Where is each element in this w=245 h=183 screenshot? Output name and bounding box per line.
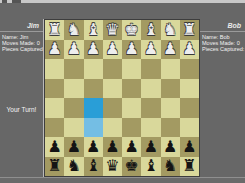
board-square-r6c6[interactable]: ♟ bbox=[161, 137, 180, 157]
board-square-r0c3[interactable]: ♛ bbox=[103, 20, 122, 40]
chess-piece-bP: ♟ bbox=[84, 137, 103, 157]
board-square-r0c2[interactable]: ♝ bbox=[84, 20, 103, 40]
board-square-r2c4[interactable] bbox=[122, 59, 141, 79]
board-square-r2c0[interactable] bbox=[45, 59, 64, 79]
board-square-r7c2[interactable]: ♝ bbox=[84, 157, 103, 177]
board-square-r5c3[interactable] bbox=[103, 118, 122, 138]
board-square-r6c2[interactable]: ♟ bbox=[84, 137, 103, 157]
chess-piece-wP: ♟ bbox=[45, 40, 64, 60]
board-square-r6c3[interactable]: ♟ bbox=[103, 137, 122, 157]
board-square-r3c6[interactable] bbox=[161, 79, 180, 99]
board-square-r2c5[interactable] bbox=[141, 59, 160, 79]
board-square-r4c3[interactable] bbox=[103, 98, 122, 118]
chess-piece-wN: ♞ bbox=[161, 20, 180, 40]
chess-piece-wQ: ♛ bbox=[103, 20, 122, 40]
board-square-r6c7[interactable]: ♟ bbox=[180, 137, 199, 157]
board-square-r1c5[interactable]: ♟ bbox=[141, 40, 160, 60]
chess-piece-wP: ♟ bbox=[103, 40, 122, 60]
board-square-r7c5[interactable]: ♝ bbox=[141, 157, 160, 177]
board-square-r7c1[interactable]: ♞ bbox=[64, 157, 83, 177]
board-square-r1c2[interactable]: ♟ bbox=[84, 40, 103, 60]
board-square-r1c4[interactable]: ♟ bbox=[122, 40, 141, 60]
chess-piece-bQ: ♛ bbox=[103, 157, 122, 177]
chess-piece-wP: ♟ bbox=[122, 40, 141, 60]
board-square-r2c7[interactable] bbox=[180, 59, 199, 79]
chess-piece-wK: ♚ bbox=[122, 20, 141, 40]
chess-piece-bK: ♚ bbox=[122, 157, 141, 177]
chess-piece-bP: ♟ bbox=[45, 137, 64, 157]
chess-piece-bP: ♟ bbox=[161, 137, 180, 157]
right-player-stats: Name: Bob Moves Made: 0 Pieces Captured:… bbox=[200, 34, 245, 52]
chess-piece-wR: ♜ bbox=[180, 20, 199, 40]
chess-piece-wB: ♝ bbox=[141, 20, 160, 40]
board-square-r3c2[interactable] bbox=[84, 79, 103, 99]
turn-indicator: Your Turn! bbox=[0, 106, 43, 113]
chess-piece-bP: ♟ bbox=[141, 137, 160, 157]
board-square-r3c5[interactable] bbox=[141, 79, 160, 99]
board-square-r1c3[interactable]: ♟ bbox=[103, 40, 122, 60]
board-square-r1c6[interactable]: ♟ bbox=[161, 40, 180, 60]
board-square-r1c0[interactable]: ♟ bbox=[45, 40, 64, 60]
chess-piece-bB: ♝ bbox=[84, 157, 103, 177]
board-square-r3c3[interactable] bbox=[103, 79, 122, 99]
chess-piece-bP: ♟ bbox=[103, 137, 122, 157]
menu-item-mark[interactable] bbox=[2, 0, 7, 3]
chess-piece-wP: ♟ bbox=[161, 40, 180, 60]
board-square-r0c1[interactable]: ♞ bbox=[64, 20, 83, 40]
board-square-r5c5[interactable] bbox=[141, 118, 160, 138]
chess-piece-bP: ♟ bbox=[64, 137, 83, 157]
board-square-r6c5[interactable]: ♟ bbox=[141, 137, 160, 157]
board-square-r7c0[interactable]: ♜ bbox=[45, 157, 64, 177]
board-square-r4c6[interactable] bbox=[161, 98, 180, 118]
board-square-r7c6[interactable]: ♞ bbox=[161, 157, 180, 177]
chess-piece-wP: ♟ bbox=[84, 40, 103, 60]
bottom-status-strip bbox=[0, 177, 245, 183]
chess-piece-wP: ♟ bbox=[64, 40, 83, 60]
chess-piece-bR: ♜ bbox=[45, 157, 64, 177]
chess-piece-bP: ♟ bbox=[180, 137, 199, 157]
chess-piece-wP: ♟ bbox=[180, 40, 199, 60]
right-player-name-header: Bob bbox=[200, 19, 245, 32]
right-player-captured-line: Pieces Captured: 0 bbox=[202, 46, 242, 52]
left-player-captured-line: Pieces Captured: 0 bbox=[2, 46, 40, 52]
left-player-moves-line: Moves Made: 0 bbox=[2, 40, 40, 46]
board-square-r4c4[interactable] bbox=[122, 98, 141, 118]
board-square-r0c6[interactable]: ♞ bbox=[161, 20, 180, 40]
chess-piece-wP: ♟ bbox=[141, 40, 160, 60]
chess-piece-bN: ♞ bbox=[64, 157, 83, 177]
board-square-r5c1[interactable] bbox=[64, 118, 83, 138]
left-player-name-header: Jim bbox=[0, 19, 43, 32]
board-square-r4c7[interactable] bbox=[180, 98, 199, 118]
board-square-r3c1[interactable] bbox=[64, 79, 83, 99]
chess-piece-wR: ♜ bbox=[45, 20, 64, 40]
chess-piece-bP: ♟ bbox=[122, 137, 141, 157]
chess-piece-bN: ♞ bbox=[161, 157, 180, 177]
board-square-r2c2[interactable] bbox=[84, 59, 103, 79]
menu-item-mark[interactable] bbox=[12, 0, 21, 3]
board-square-r5c2[interactable] bbox=[84, 118, 103, 138]
board-square-r6c0[interactable]: ♟ bbox=[45, 137, 64, 157]
board-square-r5c7[interactable] bbox=[180, 118, 199, 138]
board-square-r7c4[interactable]: ♚ bbox=[122, 157, 141, 177]
chess-board: ♜♞♝♛♚♝♞♜♟♟♟♟♟♟♟♟♟♟♟♟♟♟♟♟♜♞♝♛♚♝♞♜ bbox=[44, 19, 200, 177]
chess-piece-bR: ♜ bbox=[180, 157, 199, 177]
board-square-r0c4[interactable]: ♚ bbox=[122, 20, 141, 40]
board-square-r2c6[interactable] bbox=[161, 59, 180, 79]
board-square-r0c5[interactable]: ♝ bbox=[141, 20, 160, 40]
board-square-r5c0[interactable] bbox=[45, 118, 64, 138]
chess-piece-bB: ♝ bbox=[141, 157, 160, 177]
board-square-r2c3[interactable] bbox=[103, 59, 122, 79]
board-square-r6c4[interactable]: ♟ bbox=[122, 137, 141, 157]
board-square-r1c1[interactable]: ♟ bbox=[64, 40, 83, 60]
board-square-r4c5[interactable] bbox=[141, 98, 160, 118]
board-square-r0c0[interactable]: ♜ bbox=[45, 20, 64, 40]
chess-piece-wN: ♞ bbox=[64, 20, 83, 40]
right-player-name-line: Name: Bob bbox=[202, 34, 242, 40]
board-square-r4c2[interactable] bbox=[84, 98, 103, 118]
board-square-r7c3[interactable]: ♛ bbox=[103, 157, 122, 177]
right-player-moves-line: Moves Made: 0 bbox=[202, 40, 242, 46]
board-square-r3c7[interactable] bbox=[180, 79, 199, 99]
board-square-r5c4[interactable] bbox=[122, 118, 141, 138]
board-square-r7c7[interactable]: ♜ bbox=[180, 157, 199, 177]
board-square-r6c1[interactable]: ♟ bbox=[64, 137, 83, 157]
left-player-stats: Name: Jim Moves Made: 0 Pieces Captured:… bbox=[0, 34, 43, 52]
menubar[interactable] bbox=[0, 0, 245, 3]
chess-piece-wB: ♝ bbox=[84, 20, 103, 40]
board-square-r4c1[interactable] bbox=[64, 98, 83, 118]
board-square-r3c0[interactable] bbox=[45, 79, 64, 99]
board-square-r3c4[interactable] bbox=[122, 79, 141, 99]
board-square-r2c1[interactable] bbox=[64, 59, 83, 79]
board-square-r4c0[interactable] bbox=[45, 98, 64, 118]
board-square-r5c6[interactable] bbox=[161, 118, 180, 138]
left-player-panel: Jim Name: Jim Moves Made: 0 Pieces Captu… bbox=[0, 19, 43, 177]
board-square-r0c7[interactable]: ♜ bbox=[180, 20, 199, 40]
left-player-name-line: Name: Jim bbox=[2, 34, 40, 40]
board-square-r1c7[interactable]: ♟ bbox=[180, 40, 199, 60]
right-player-panel: Bob Name: Bob Moves Made: 0 Pieces Captu… bbox=[200, 19, 245, 177]
